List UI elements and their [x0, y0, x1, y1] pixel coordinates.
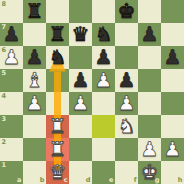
- square-e3[interactable]: [92, 115, 115, 138]
- square-d4[interactable]: ♟: [69, 92, 92, 115]
- square-e4[interactable]: [92, 92, 115, 115]
- piece-white-rook-c3[interactable]: ♜: [46, 115, 69, 138]
- square-a6[interactable]: 6♟: [0, 46, 23, 69]
- square-f5[interactable]: ♟: [115, 69, 138, 92]
- square-b4[interactable]: ♟: [23, 92, 46, 115]
- square-f4[interactable]: ♟: [115, 92, 138, 115]
- square-h1[interactable]: h: [161, 161, 184, 184]
- square-g8[interactable]: [138, 0, 161, 23]
- piece-white-pawn-f4[interactable]: ♟: [115, 92, 138, 115]
- file-label-d: d: [86, 177, 91, 184]
- file-label-a: a: [17, 177, 21, 184]
- square-e6[interactable]: ♟: [92, 46, 115, 69]
- square-d3[interactable]: [69, 115, 92, 138]
- square-a7[interactable]: 7♟: [0, 23, 23, 46]
- square-d8[interactable]: [69, 0, 92, 23]
- rank-label-3: 3: [2, 116, 7, 123]
- square-d7[interactable]: ♛: [69, 23, 92, 46]
- square-e1[interactable]: e: [92, 161, 115, 184]
- square-a3[interactable]: 3: [0, 115, 23, 138]
- square-b1[interactable]: b: [23, 161, 46, 184]
- piece-black-pawn-b6[interactable]: ♟: [23, 46, 46, 69]
- piece-white-knight-f3[interactable]: ♞: [115, 115, 138, 138]
- square-h6[interactable]: ♟: [161, 46, 184, 69]
- square-g1[interactable]: g♚: [138, 161, 161, 184]
- square-b5[interactable]: ♝: [23, 69, 46, 92]
- square-a2[interactable]: 2: [0, 138, 23, 161]
- piece-white-pawn-d4[interactable]: ♟: [69, 92, 92, 115]
- piece-white-pawn-h2[interactable]: ♟: [161, 138, 184, 161]
- square-d2[interactable]: [69, 138, 92, 161]
- square-a5[interactable]: 5: [0, 69, 23, 92]
- square-h3[interactable]: [161, 115, 184, 138]
- chess-board: 8♜♚7♟♜♛♞♟6♟♟♞♟♟5♝♟♟♟4♟♟♟3♜♞2♜♟♟1abc♛defg…: [0, 0, 184, 184]
- piece-black-pawn-g7[interactable]: ♟: [138, 23, 161, 46]
- square-b8[interactable]: ♜: [23, 0, 46, 23]
- square-a8[interactable]: 8: [0, 0, 23, 23]
- square-c8[interactable]: [46, 0, 69, 23]
- square-f7[interactable]: [115, 23, 138, 46]
- file-label-e: e: [109, 177, 113, 184]
- piece-black-knight-e7[interactable]: ♞: [92, 23, 115, 46]
- piece-black-pawn-h6[interactable]: ♟: [161, 46, 184, 69]
- square-c3[interactable]: ♜: [46, 115, 69, 138]
- square-f2[interactable]: [115, 138, 138, 161]
- piece-black-pawn-e6[interactable]: ♟: [92, 46, 115, 69]
- rank-label-2: 2: [2, 139, 7, 146]
- piece-white-rook-c2[interactable]: ♜: [46, 138, 69, 161]
- square-b2[interactable]: [23, 138, 46, 161]
- piece-black-king-f8[interactable]: ♚: [115, 0, 138, 23]
- piece-black-knight-c6[interactable]: ♞: [46, 46, 69, 69]
- square-h4[interactable]: [161, 92, 184, 115]
- file-label-f: f: [134, 177, 137, 184]
- square-d5[interactable]: ♟: [69, 69, 92, 92]
- square-f6[interactable]: [115, 46, 138, 69]
- square-g5[interactable]: [138, 69, 161, 92]
- piece-white-pawn-a6[interactable]: ♟: [0, 46, 23, 69]
- piece-white-pawn-b4[interactable]: ♟: [23, 92, 46, 115]
- piece-black-pawn-d5[interactable]: ♟: [69, 69, 92, 92]
- file-label-b: b: [40, 177, 45, 184]
- piece-white-bishop-b5[interactable]: ♝: [23, 69, 46, 92]
- rank-label-8: 8: [2, 1, 7, 8]
- square-f8[interactable]: ♚: [115, 0, 138, 23]
- square-d6[interactable]: [69, 46, 92, 69]
- piece-white-pawn-g2[interactable]: ♟: [138, 138, 161, 161]
- piece-black-rook-b8[interactable]: ♜: [23, 0, 46, 23]
- square-c7[interactable]: ♜: [46, 23, 69, 46]
- square-c4[interactable]: [46, 92, 69, 115]
- square-h5[interactable]: [161, 69, 184, 92]
- piece-white-pawn-e5[interactable]: ♟: [92, 69, 115, 92]
- square-f1[interactable]: f: [115, 161, 138, 184]
- piece-black-rook-c7[interactable]: ♜: [46, 23, 69, 46]
- square-e7[interactable]: ♞: [92, 23, 115, 46]
- square-d1[interactable]: d: [69, 161, 92, 184]
- square-e5[interactable]: ♟: [92, 69, 115, 92]
- piece-black-pawn-a7[interactable]: ♟: [0, 23, 23, 46]
- square-h7[interactable]: [161, 23, 184, 46]
- square-g7[interactable]: ♟: [138, 23, 161, 46]
- piece-black-pawn-f5[interactable]: ♟: [115, 69, 138, 92]
- square-c1[interactable]: c♛: [46, 161, 69, 184]
- rank-label-1: 1: [2, 162, 7, 169]
- square-g2[interactable]: ♟: [138, 138, 161, 161]
- rank-label-4: 4: [2, 93, 7, 100]
- square-g6[interactable]: [138, 46, 161, 69]
- square-h2[interactable]: ♟: [161, 138, 184, 161]
- square-e2[interactable]: [92, 138, 115, 161]
- square-g3[interactable]: [138, 115, 161, 138]
- square-a1[interactable]: 1a: [0, 161, 23, 184]
- square-e8[interactable]: [92, 0, 115, 23]
- square-c2[interactable]: ♜: [46, 138, 69, 161]
- square-f3[interactable]: ♞: [115, 115, 138, 138]
- square-b7[interactable]: [23, 23, 46, 46]
- square-b6[interactable]: ♟: [23, 46, 46, 69]
- file-label-h: h: [178, 177, 183, 184]
- rank-label-5: 5: [2, 70, 7, 77]
- piece-white-king-g1[interactable]: ♚: [138, 161, 161, 184]
- square-c6[interactable]: ♞: [46, 46, 69, 69]
- piece-white-queen-c1[interactable]: ♛: [46, 161, 69, 184]
- square-c5[interactable]: [46, 69, 69, 92]
- piece-black-queen-d7[interactable]: ♛: [69, 23, 92, 46]
- square-h8[interactable]: [161, 0, 184, 23]
- square-b3[interactable]: [23, 115, 46, 138]
- square-a4[interactable]: 4: [0, 92, 23, 115]
- square-g4[interactable]: [138, 92, 161, 115]
